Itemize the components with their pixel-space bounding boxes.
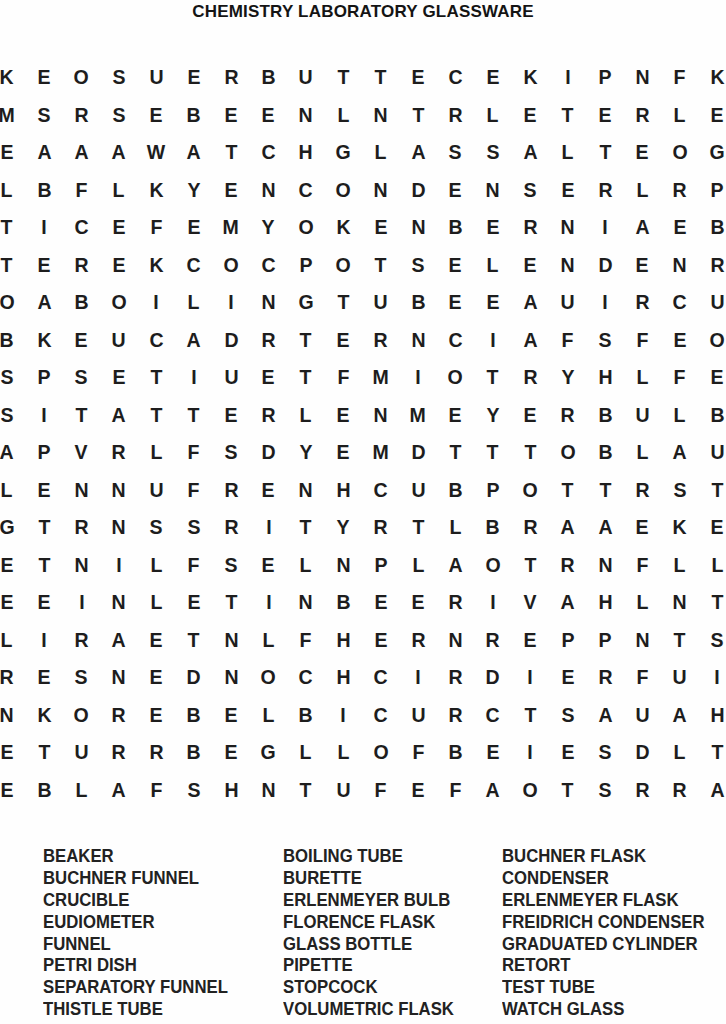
grid-cell[interactable]: S — [586, 321, 623, 359]
grid-cell[interactable]: H — [212, 771, 249, 809]
grid-cell[interactable]: I — [699, 658, 726, 696]
grid-cell[interactable]: P — [474, 471, 511, 509]
grid-cell[interactable]: T — [25, 546, 62, 584]
grid-cell[interactable]: T — [325, 283, 362, 321]
grid-cell[interactable]: C — [250, 246, 287, 284]
grid-cell[interactable]: N — [287, 583, 324, 621]
grid-cell[interactable]: M — [362, 358, 399, 396]
grid-cell[interactable]: A — [0, 433, 25, 471]
grid-cell[interactable]: F — [399, 733, 436, 771]
grid-cell[interactable]: B — [250, 58, 287, 96]
grid-cell[interactable]: O — [699, 321, 726, 359]
grid-cell[interactable]: T — [212, 583, 249, 621]
grid-cell[interactable]: G — [0, 508, 25, 546]
grid-cell[interactable]: U — [212, 358, 249, 396]
word-list-item[interactable]: VOLUMETRIC FLASK — [283, 998, 454, 1020]
grid-cell[interactable]: E — [212, 733, 249, 771]
grid-cell[interactable]: R — [661, 171, 698, 209]
grid-cell[interactable]: E — [138, 621, 175, 659]
grid-cell[interactable]: N — [212, 621, 249, 659]
grid-cell[interactable]: E — [474, 208, 511, 246]
grid-cell[interactable]: R — [63, 246, 100, 284]
grid-cell[interactable]: O — [474, 546, 511, 584]
grid-cell[interactable]: O — [212, 246, 249, 284]
word-list-item[interactable]: TEST TUBE — [502, 976, 705, 998]
grid-cell[interactable]: U — [63, 733, 100, 771]
grid-cell[interactable]: O — [549, 433, 586, 471]
grid-cell[interactable]: E — [474, 58, 511, 96]
grid-cell[interactable]: N — [63, 471, 100, 509]
grid-cell[interactable]: N — [287, 96, 324, 134]
grid-cell[interactable]: E — [624, 133, 661, 171]
grid-cell[interactable]: A — [25, 283, 62, 321]
grid-cell[interactable]: I — [512, 733, 549, 771]
grid-cell[interactable]: E — [100, 246, 137, 284]
grid-cell[interactable]: S — [437, 133, 474, 171]
grid-cell[interactable]: R — [549, 396, 586, 434]
grid-cell[interactable]: C — [250, 133, 287, 171]
word-list-item[interactable]: PIPETTE — [283, 954, 454, 976]
grid-cell[interactable]: N — [100, 658, 137, 696]
grid-cell[interactable]: Y — [325, 508, 362, 546]
grid-cell[interactable]: A — [586, 508, 623, 546]
grid-cell[interactable]: A — [624, 208, 661, 246]
grid-cell[interactable]: G — [325, 133, 362, 171]
grid-cell[interactable]: N — [549, 246, 586, 284]
grid-cell[interactable]: E — [250, 546, 287, 584]
grid-cell[interactable]: H — [287, 133, 324, 171]
grid-cell[interactable]: S — [100, 96, 137, 134]
grid-cell[interactable]: N — [362, 396, 399, 434]
word-list-item[interactable]: BEAKER — [43, 845, 228, 867]
grid-cell[interactable]: N — [624, 621, 661, 659]
grid-cell[interactable]: V — [63, 433, 100, 471]
grid-cell[interactable]: F — [175, 433, 212, 471]
grid-cell[interactable]: T — [175, 621, 212, 659]
grid-cell[interactable]: N — [549, 208, 586, 246]
grid-cell[interactable]: K — [138, 246, 175, 284]
grid-cell[interactable]: O — [100, 283, 137, 321]
grid-cell[interactable]: O — [63, 58, 100, 96]
grid-cell[interactable]: L — [624, 583, 661, 621]
grid-cell[interactable]: R — [624, 96, 661, 134]
word-list-item[interactable]: ERLENMEYER BULB — [283, 889, 454, 911]
grid-cell[interactable]: I — [474, 321, 511, 359]
grid-cell[interactable]: O — [512, 771, 549, 809]
grid-cell[interactable]: O — [287, 208, 324, 246]
grid-cell[interactable]: I — [399, 358, 436, 396]
grid-cell[interactable]: U — [699, 283, 726, 321]
grid-cell[interactable]: T — [325, 58, 362, 96]
grid-cell[interactable]: P — [586, 621, 623, 659]
grid-cell[interactable]: E — [325, 396, 362, 434]
grid-cell[interactable]: B — [437, 208, 474, 246]
grid-cell[interactable]: E — [175, 583, 212, 621]
grid-cell[interactable]: L — [287, 546, 324, 584]
grid-cell[interactable]: C — [437, 321, 474, 359]
grid-cell[interactable]: E — [138, 658, 175, 696]
grid-cell[interactable]: R — [512, 208, 549, 246]
grid-cell[interactable]: E — [624, 508, 661, 546]
grid-cell[interactable]: N — [661, 246, 698, 284]
grid-cell[interactable]: T — [362, 246, 399, 284]
grid-cell[interactable]: C — [63, 208, 100, 246]
grid-cell[interactable]: L — [63, 771, 100, 809]
grid-cell[interactable]: F — [661, 58, 698, 96]
grid-cell[interactable]: R — [549, 546, 586, 584]
grid-cell[interactable]: R — [512, 508, 549, 546]
grid-cell[interactable]: T — [512, 433, 549, 471]
grid-cell[interactable]: K — [325, 208, 362, 246]
grid-cell[interactable]: N — [362, 96, 399, 134]
grid-cell[interactable]: T — [586, 471, 623, 509]
grid-cell[interactable]: L — [250, 621, 287, 659]
word-list-item[interactable]: FUNNEL — [43, 933, 228, 955]
word-list-item[interactable]: BURETTE — [283, 867, 454, 889]
grid-cell[interactable]: T — [63, 396, 100, 434]
grid-cell[interactable]: E — [474, 283, 511, 321]
grid-cell[interactable]: T — [138, 358, 175, 396]
grid-cell[interactable]: N — [63, 546, 100, 584]
grid-cell[interactable]: E — [138, 696, 175, 734]
grid-cell[interactable]: F — [175, 471, 212, 509]
grid-cell[interactable]: A — [549, 583, 586, 621]
grid-cell[interactable]: E — [325, 321, 362, 359]
grid-cell[interactable]: E — [0, 733, 25, 771]
grid-cell[interactable]: T — [474, 433, 511, 471]
grid-cell[interactable]: E — [25, 471, 62, 509]
grid-cell[interactable]: E — [399, 583, 436, 621]
grid-cell[interactable]: I — [586, 208, 623, 246]
word-list-item[interactable]: SEPARATORY FUNNEL — [43, 976, 228, 998]
grid-cell[interactable]: E — [25, 658, 62, 696]
word-list-item[interactable]: FLORENCE FLASK — [283, 911, 454, 933]
grid-cell[interactable]: T — [586, 133, 623, 171]
grid-cell[interactable]: T — [699, 471, 726, 509]
grid-cell[interactable]: E — [175, 208, 212, 246]
grid-cell[interactable]: O — [362, 733, 399, 771]
grid-cell[interactable]: U — [362, 283, 399, 321]
grid-cell[interactable]: R — [661, 771, 698, 809]
grid-cell[interactable]: F — [138, 771, 175, 809]
grid-cell[interactable]: A — [175, 321, 212, 359]
grid-cell[interactable]: S — [474, 133, 511, 171]
grid-cell[interactable]: H — [325, 658, 362, 696]
grid-cell[interactable]: L — [138, 433, 175, 471]
grid-cell[interactable]: A — [437, 546, 474, 584]
grid-cell[interactable]: E — [0, 133, 25, 171]
grid-cell[interactable]: S — [0, 396, 25, 434]
grid-cell[interactable]: E — [0, 771, 25, 809]
grid-cell[interactable]: E — [250, 471, 287, 509]
grid-cell[interactable]: S — [661, 471, 698, 509]
grid-cell[interactable]: P — [699, 171, 726, 209]
grid-cell[interactable]: A — [175, 133, 212, 171]
grid-cell[interactable]: H — [586, 358, 623, 396]
grid-cell[interactable]: L — [661, 396, 698, 434]
grid-cell[interactable]: F — [175, 546, 212, 584]
grid-cell[interactable]: T — [287, 771, 324, 809]
grid-cell[interactable]: E — [474, 733, 511, 771]
word-list-item[interactable]: EUDIOMETER — [43, 911, 228, 933]
grid-cell[interactable]: C — [362, 658, 399, 696]
grid-cell[interactable]: L — [437, 508, 474, 546]
grid-cell[interactable]: T — [138, 396, 175, 434]
word-list-item[interactable]: THISTLE TUBE — [43, 998, 228, 1020]
grid-cell[interactable]: T — [362, 58, 399, 96]
grid-cell[interactable]: G — [287, 283, 324, 321]
grid-cell[interactable]: P — [362, 546, 399, 584]
grid-cell[interactable]: R — [100, 733, 137, 771]
grid-cell[interactable]: U — [287, 58, 324, 96]
grid-cell[interactable]: R — [250, 321, 287, 359]
grid-cell[interactable]: U — [100, 321, 137, 359]
grid-cell[interactable]: A — [100, 771, 137, 809]
grid-cell[interactable]: F — [63, 171, 100, 209]
grid-cell[interactable]: H — [325, 471, 362, 509]
grid-cell[interactable]: V — [512, 583, 549, 621]
grid-cell[interactable]: P — [25, 358, 62, 396]
grid-cell[interactable]: I — [100, 546, 137, 584]
grid-cell[interactable]: L — [250, 696, 287, 734]
grid-cell[interactable]: Y — [175, 171, 212, 209]
grid-cell[interactable]: O — [250, 658, 287, 696]
grid-cell[interactable]: K — [661, 508, 698, 546]
grid-cell[interactable]: R — [474, 621, 511, 659]
grid-cell[interactable]: B — [63, 283, 100, 321]
grid-cell[interactable]: A — [586, 696, 623, 734]
grid-cell[interactable]: A — [474, 771, 511, 809]
grid-cell[interactable]: L — [0, 621, 25, 659]
grid-cell[interactable]: N — [325, 546, 362, 584]
grid-cell[interactable]: E — [25, 58, 62, 96]
grid-cell[interactable]: N — [100, 508, 137, 546]
grid-cell[interactable]: B — [399, 283, 436, 321]
grid-cell[interactable]: E — [399, 58, 436, 96]
grid-cell[interactable]: U — [325, 771, 362, 809]
grid-cell[interactable]: U — [138, 471, 175, 509]
grid-cell[interactable]: E — [661, 321, 698, 359]
grid-cell[interactable]: W — [138, 133, 175, 171]
grid-cell[interactable]: D — [175, 658, 212, 696]
word-list-item[interactable]: GRADUATED CYLINDER — [502, 933, 705, 955]
grid-cell[interactable]: R — [250, 396, 287, 434]
grid-cell[interactable]: S — [25, 96, 62, 134]
grid-cell[interactable]: E — [138, 96, 175, 134]
grid-cell[interactable]: E — [362, 621, 399, 659]
grid-cell[interactable]: R — [437, 658, 474, 696]
grid-cell[interactable]: S — [138, 508, 175, 546]
grid-cell[interactable]: S — [175, 508, 212, 546]
grid-cell[interactable]: S — [699, 621, 726, 659]
grid-cell[interactable]: M — [0, 96, 25, 134]
grid-cell[interactable]: I — [586, 283, 623, 321]
grid-cell[interactable]: R — [63, 508, 100, 546]
grid-cell[interactable]: F — [287, 621, 324, 659]
grid-cell[interactable]: S — [63, 658, 100, 696]
grid-cell[interactable]: O — [512, 471, 549, 509]
grid-cell[interactable]: D — [250, 433, 287, 471]
grid-cell[interactable]: L — [549, 133, 586, 171]
grid-cell[interactable]: F — [437, 771, 474, 809]
grid-cell[interactable]: M — [212, 208, 249, 246]
grid-cell[interactable]: N — [250, 171, 287, 209]
grid-cell[interactable]: A — [100, 133, 137, 171]
grid-cell[interactable]: E — [212, 396, 249, 434]
grid-cell[interactable]: H — [325, 621, 362, 659]
grid-cell[interactable]: F — [624, 321, 661, 359]
grid-cell[interactable]: L — [138, 583, 175, 621]
grid-cell[interactable]: E — [661, 208, 698, 246]
grid-cell[interactable]: B — [175, 733, 212, 771]
grid-cell[interactable]: R — [624, 471, 661, 509]
grid-cell[interactable]: O — [0, 283, 25, 321]
grid-cell[interactable]: R — [362, 321, 399, 359]
grid-cell[interactable]: R — [212, 508, 249, 546]
word-list-item[interactable]: STOPCOCK — [283, 976, 454, 998]
grid-cell[interactable]: L — [325, 733, 362, 771]
grid-cell[interactable]: T — [661, 621, 698, 659]
grid-cell[interactable]: I — [325, 696, 362, 734]
grid-cell[interactable]: E — [362, 583, 399, 621]
grid-cell[interactable]: R — [437, 696, 474, 734]
grid-cell[interactable]: N — [0, 696, 25, 734]
grid-cell[interactable]: S — [549, 696, 586, 734]
grid-cell[interactable]: T — [699, 583, 726, 621]
grid-cell[interactable]: C — [287, 658, 324, 696]
word-list-item[interactable]: ERLENMEYER FLASK — [502, 889, 705, 911]
grid-cell[interactable]: R — [437, 583, 474, 621]
grid-cell[interactable]: I — [474, 583, 511, 621]
grid-cell[interactable]: N — [474, 171, 511, 209]
grid-cell[interactable]: T — [25, 733, 62, 771]
grid-cell[interactable]: I — [250, 583, 287, 621]
grid-cell[interactable]: N — [100, 583, 137, 621]
grid-cell[interactable]: U — [624, 696, 661, 734]
grid-cell[interactable]: B — [474, 508, 511, 546]
grid-cell[interactable]: R — [624, 771, 661, 809]
grid-cell[interactable]: R — [0, 658, 25, 696]
grid-cell[interactable]: E — [100, 208, 137, 246]
grid-cell[interactable]: C — [287, 171, 324, 209]
grid-cell[interactable]: T — [212, 133, 249, 171]
grid-cell[interactable]: P — [586, 58, 623, 96]
grid-cell[interactable]: E — [586, 96, 623, 134]
grid-cell[interactable]: L — [362, 133, 399, 171]
grid-cell[interactable]: F — [325, 358, 362, 396]
grid-cell[interactable]: C — [362, 471, 399, 509]
grid-cell[interactable]: N — [362, 171, 399, 209]
grid-cell[interactable]: T — [287, 508, 324, 546]
grid-cell[interactable]: N — [212, 658, 249, 696]
grid-cell[interactable]: E — [437, 246, 474, 284]
grid-cell[interactable]: N — [399, 208, 436, 246]
grid-cell[interactable]: T — [549, 771, 586, 809]
grid-cell[interactable]: I — [399, 658, 436, 696]
grid-cell[interactable]: N — [100, 471, 137, 509]
grid-cell[interactable]: S — [212, 546, 249, 584]
grid-cell[interactable]: S — [100, 58, 137, 96]
grid-cell[interactable]: A — [63, 133, 100, 171]
grid-cell[interactable]: K — [0, 58, 25, 96]
grid-cell[interactable]: S — [175, 771, 212, 809]
grid-cell[interactable]: E — [63, 321, 100, 359]
grid-cell[interactable]: B — [586, 396, 623, 434]
grid-cell[interactable]: E — [512, 396, 549, 434]
grid-cell[interactable]: O — [63, 696, 100, 734]
grid-cell[interactable]: R — [100, 433, 137, 471]
grid-cell[interactable]: D — [399, 171, 436, 209]
word-list-item[interactable]: FREIDRICH CONDENSER — [502, 911, 705, 933]
grid-cell[interactable]: R — [586, 658, 623, 696]
grid-cell[interactable]: K — [699, 58, 726, 96]
grid-cell[interactable]: K — [138, 171, 175, 209]
grid-cell[interactable]: R — [100, 696, 137, 734]
grid-cell[interactable]: L — [661, 733, 698, 771]
grid-cell[interactable]: S — [63, 358, 100, 396]
grid-cell[interactable]: L — [0, 471, 25, 509]
grid-cell[interactable]: B — [25, 771, 62, 809]
grid-cell[interactable]: S — [512, 171, 549, 209]
grid-cell[interactable]: G — [699, 133, 726, 171]
word-list-item[interactable]: BOILING TUBE — [283, 845, 454, 867]
grid-cell[interactable]: U — [661, 658, 698, 696]
grid-cell[interactable]: E — [25, 246, 62, 284]
grid-cell[interactable]: B — [175, 696, 212, 734]
grid-cell[interactable]: H — [699, 696, 726, 734]
grid-cell[interactable]: B — [586, 433, 623, 471]
grid-cell[interactable]: R — [138, 733, 175, 771]
grid-cell[interactable]: D — [212, 321, 249, 359]
grid-cell[interactable]: S — [0, 358, 25, 396]
grid-cell[interactable]: U — [624, 396, 661, 434]
grid-cell[interactable]: L — [624, 171, 661, 209]
word-list-item[interactable]: CRUCIBLE — [43, 889, 228, 911]
grid-cell[interactable]: E — [212, 171, 249, 209]
word-list-item[interactable]: PETRI DISH — [43, 954, 228, 976]
grid-cell[interactable]: C — [474, 696, 511, 734]
grid-cell[interactable]: F — [624, 546, 661, 584]
grid-cell[interactable]: I — [25, 621, 62, 659]
grid-cell[interactable]: Y — [549, 358, 586, 396]
grid-cell[interactable]: U — [549, 283, 586, 321]
grid-cell[interactable]: O — [437, 358, 474, 396]
grid-cell[interactable]: R — [63, 621, 100, 659]
grid-cell[interactable]: P — [549, 621, 586, 659]
grid-cell[interactable]: T — [287, 321, 324, 359]
grid-cell[interactable]: A — [699, 771, 726, 809]
grid-cell[interactable]: E — [437, 171, 474, 209]
grid-cell[interactable]: T — [0, 246, 25, 284]
grid-cell[interactable]: B — [287, 696, 324, 734]
grid-cell[interactable]: N — [661, 583, 698, 621]
word-list-item[interactable]: GLASS BOTTLE — [283, 933, 454, 955]
grid-cell[interactable]: N — [624, 58, 661, 96]
grid-cell[interactable]: T — [399, 508, 436, 546]
grid-cell[interactable]: L — [624, 358, 661, 396]
grid-cell[interactable]: L — [0, 171, 25, 209]
grid-cell[interactable]: A — [100, 621, 137, 659]
grid-cell[interactable]: E — [512, 621, 549, 659]
grid-cell[interactable]: E — [549, 733, 586, 771]
grid-cell[interactable]: N — [250, 771, 287, 809]
grid-cell[interactable]: L — [624, 433, 661, 471]
grid-cell[interactable]: A — [549, 508, 586, 546]
grid-cell[interactable]: R — [212, 58, 249, 96]
grid-cell[interactable]: K — [512, 58, 549, 96]
word-list-item[interactable]: BUCHNER FUNNEL — [43, 867, 228, 889]
grid-cell[interactable]: A — [661, 696, 698, 734]
